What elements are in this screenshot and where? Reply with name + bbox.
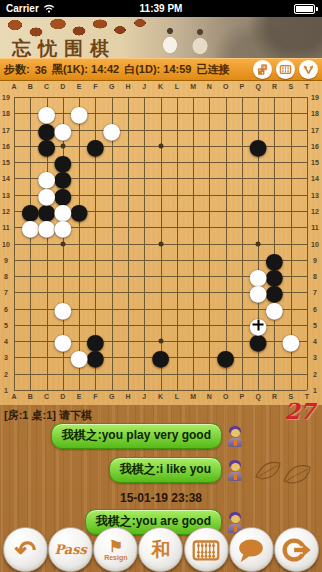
row-label-right-10: 10	[311, 240, 319, 247]
column-label-top-C: C	[44, 83, 49, 90]
row-label-left-16: 16	[2, 142, 10, 149]
column-label-top-O: O	[223, 83, 228, 90]
column-label-top-Q: Q	[255, 83, 260, 90]
undo-icon: ↶	[15, 537, 37, 563]
chat-area: [房:1 桌:1] 请下棋 27 我棋之:you play very good我…	[0, 405, 322, 529]
column-label-bottom-H: H	[125, 393, 130, 400]
row-label-left-14: 14	[2, 175, 10, 182]
grid-line-vertical	[274, 97, 275, 390]
star-point-K4	[158, 339, 163, 344]
counting-board-button[interactable]	[276, 60, 295, 79]
counting-board-icon	[279, 63, 292, 76]
column-label-top-H: H	[125, 83, 130, 90]
row-label-left-13: 13	[2, 191, 10, 198]
row-label-left-19: 19	[2, 94, 10, 101]
column-label-top-E: E	[77, 83, 82, 90]
stone-white-G17: ●	[103, 121, 120, 138]
column-label-top-R: R	[272, 83, 277, 90]
column-label-top-B: B	[28, 83, 33, 90]
row-label-right-7: 7	[313, 289, 317, 296]
row-label-left-4: 4	[4, 338, 8, 345]
column-label-bottom-E: E	[77, 393, 82, 400]
row-label-right-19: 19	[311, 94, 319, 101]
row-label-left-9: 9	[4, 256, 8, 263]
grid-line-vertical	[193, 97, 194, 390]
chat-message-row: 我棋之:you play very good	[0, 424, 243, 448]
toolbar: ↶ Pass ⚑ Resign 和	[0, 527, 322, 572]
row-label-right-17: 17	[311, 126, 319, 133]
row-label-left-2: 2	[4, 370, 8, 377]
column-label-top-T: T	[305, 83, 309, 90]
grid-line-horizontal	[14, 390, 307, 391]
column-label-bottom-N: N	[207, 393, 212, 400]
row-label-left-10: 10	[2, 240, 10, 247]
row-label-right-16: 16	[311, 142, 319, 149]
column-label-bottom-D: D	[60, 393, 65, 400]
banner-painting-figures	[148, 23, 238, 58]
stone-black-O3: ●	[217, 349, 234, 366]
exit-button[interactable]	[274, 527, 319, 572]
move-countdown: 27	[284, 398, 315, 424]
stone-white-E3: ●	[71, 349, 88, 366]
grid-line-horizontal	[14, 374, 307, 375]
dice-button[interactable]	[253, 60, 272, 79]
row-label-right-3: 3	[313, 354, 317, 361]
chat-message-row: 我棋之:i like you	[0, 458, 243, 482]
draw-button[interactable]: 和	[138, 527, 183, 572]
stone-white-R6: ●	[266, 300, 283, 317]
avatar-tie	[234, 473, 237, 480]
row-label-right-5: 5	[313, 321, 317, 328]
row-label-left-6: 6	[4, 305, 8, 312]
column-label-bottom-A: A	[11, 393, 16, 400]
room-status-line: [房:1 桌:1] 请下棋	[4, 408, 92, 423]
grid-line-vertical	[242, 97, 243, 390]
column-label-top-F: F	[93, 83, 97, 90]
column-label-top-D: D	[60, 83, 65, 90]
column-label-top-S: S	[288, 83, 293, 90]
column-label-bottom-R: R	[272, 393, 277, 400]
column-label-bottom-P: P	[240, 393, 245, 400]
row-label-left-1: 1	[4, 387, 8, 394]
stone-white-D17: ●	[54, 121, 71, 138]
row-label-left-11: 11	[2, 224, 9, 231]
grid-line-vertical	[209, 97, 210, 390]
avatar	[227, 426, 243, 447]
row-label-right-14: 14	[311, 175, 319, 182]
leaf-decoration	[254, 455, 316, 495]
grid-line-vertical	[307, 97, 308, 390]
go-grid[interactable]: ●●●●●●●●●●●●●●●●●●●●●●●●●●●●●●●●●●●●	[14, 97, 307, 390]
row-label-left-8: 8	[4, 273, 8, 280]
row-label-right-18: 18	[311, 110, 319, 117]
star-point-D10	[60, 241, 65, 246]
column-label-bottom-K: K	[158, 393, 163, 400]
star-point-K16	[158, 143, 163, 148]
stone-black-Q16: ●	[250, 137, 267, 154]
column-label-top-L: L	[175, 83, 179, 90]
exit-arrow-icon	[279, 533, 313, 567]
go-board[interactable]: ●●●●●●●●●●●●●●●●●●●●●●●●●●●●●●●●●●●● AAB…	[0, 81, 322, 405]
app-title: 忘忧围棋	[12, 36, 116, 58]
stone-white-E18: ●	[71, 105, 88, 122]
row-label-left-17: 17	[2, 126, 10, 133]
app-banner: 忘忧围棋	[0, 17, 322, 58]
row-label-right-15: 15	[311, 159, 319, 166]
battery-icon	[294, 4, 318, 14]
avatar	[227, 460, 243, 481]
chat-button[interactable]	[229, 527, 274, 572]
row-label-left-3: 3	[4, 354, 8, 361]
chat-bubble: 我棋之:i like you	[109, 457, 222, 483]
status-bar: Carrier 11:39 PM	[0, 0, 322, 17]
row-label-left-12: 12	[2, 207, 10, 214]
game-info-bar: 步数: 36 黑(1K): 14:42 白(1D): 14:59 已连接	[0, 58, 322, 81]
flag-icon: ⚑	[109, 539, 123, 555]
stone-black-F3: ●	[87, 349, 104, 366]
row-label-left-15: 15	[2, 159, 10, 166]
grid-line-vertical	[177, 97, 178, 390]
row-label-left-5: 5	[4, 321, 8, 328]
chat-bubble: 我棋之:you play very good	[51, 423, 222, 449]
last-move-marker	[250, 316, 267, 333]
column-label-top-G: G	[109, 83, 114, 90]
column-label-bottom-M: M	[190, 393, 196, 400]
column-label-top-P: P	[240, 83, 245, 90]
row-label-right-11: 11	[311, 224, 318, 231]
column-label-bottom-O: O	[223, 393, 228, 400]
arrows-icon	[302, 63, 315, 76]
column-label-top-J: J	[142, 83, 146, 90]
stone-white-D11: ●	[54, 219, 71, 236]
count-button[interactable]	[184, 527, 229, 572]
avatar-head	[231, 515, 240, 523]
row-label-right-12: 12	[311, 207, 319, 214]
moves-value: 36	[35, 64, 47, 76]
column-label-top-N: N	[207, 83, 212, 90]
star-point-Q10	[256, 241, 261, 246]
column-label-bottom-C: C	[44, 393, 49, 400]
column-label-bottom-F: F	[93, 393, 97, 400]
avatar-head	[231, 463, 240, 471]
pass-button[interactable]: Pass	[48, 527, 93, 572]
row-label-right-9: 9	[313, 256, 317, 263]
moves-label: 步数:	[4, 62, 30, 77]
white-player-info: 白(1D): 14:59	[124, 62, 191, 77]
column-label-top-M: M	[190, 83, 196, 90]
row-label-right-4: 4	[313, 338, 317, 345]
star-point-D16	[60, 143, 65, 148]
abacus-icon	[189, 533, 223, 567]
column-label-top-A: A	[11, 83, 16, 90]
avatar-head	[231, 429, 240, 437]
row-label-right-13: 13	[311, 191, 319, 198]
column-label-bottom-J: J	[142, 393, 146, 400]
speech-bubble-icon	[234, 533, 268, 567]
star-point-K10	[158, 241, 163, 246]
column-label-bottom-Q: Q	[255, 393, 260, 400]
resign-button[interactable]: ⚑ Resign	[93, 527, 138, 572]
undo-button[interactable]: ↶	[3, 527, 48, 572]
grid-line-horizontal	[14, 260, 307, 261]
column-label-bottom-G: G	[109, 393, 114, 400]
stone-black-E12: ●	[71, 202, 88, 219]
dice-icon	[256, 63, 269, 76]
row-label-right-2: 2	[313, 370, 317, 377]
stone-white-S4: ●	[282, 333, 299, 350]
clock-label: 11:39 PM	[0, 3, 322, 14]
row-label-left-7: 7	[4, 289, 8, 296]
row-label-left-18: 18	[2, 110, 10, 117]
connection-status: 已连接	[196, 62, 229, 77]
avatar-tie	[234, 439, 237, 446]
row-label-right-8: 8	[313, 273, 317, 280]
invite-arrows-button[interactable]	[299, 60, 318, 79]
column-label-top-K: K	[158, 83, 163, 90]
column-label-bottom-L: L	[175, 393, 179, 400]
row-label-right-6: 6	[313, 305, 317, 312]
stone-black-K3: ●	[152, 349, 169, 366]
column-label-bottom-B: B	[28, 393, 33, 400]
black-player-info: 黑(1K): 14:42	[52, 62, 119, 77]
row-label-right-1: 1	[313, 387, 317, 394]
stone-white-D6: ●	[54, 300, 71, 317]
